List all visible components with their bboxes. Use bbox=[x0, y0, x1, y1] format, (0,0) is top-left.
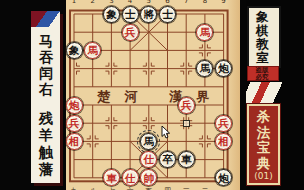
river-label-chu-he: 楚 河 bbox=[97, 88, 143, 106]
channel-title: 象棋教室 bbox=[256, 10, 272, 64]
file-label-top: 7 bbox=[181, 0, 191, 5]
copyright-notice: 盗版必究 bbox=[256, 67, 271, 81]
file-label-bottom: 一 bbox=[219, 186, 229, 190]
copyright-notice-box: 盗版必究 bbox=[247, 66, 279, 81]
file-label-top: 2 bbox=[88, 0, 98, 5]
right-title-panel: 象棋教室 盗版必究 杀法宝典 (01) bbox=[246, 0, 304, 190]
piece-red[interactable]: 馬 bbox=[196, 24, 213, 41]
piece-black[interactable]: 象 bbox=[66, 42, 83, 59]
file-label-bottom: 三 bbox=[181, 186, 191, 190]
file-label-bottom: 六 bbox=[125, 186, 135, 190]
file-label-bottom: 八 bbox=[88, 186, 98, 190]
piece-black[interactable]: 卒 bbox=[159, 151, 176, 168]
file-label-top: 8 bbox=[200, 0, 210, 5]
file-label-top: 4 bbox=[125, 0, 135, 5]
file-label-top: 6 bbox=[163, 0, 173, 5]
piece-black[interactable]: 車 bbox=[178, 151, 195, 168]
banner-phrase-bottom: 残羊触藩 bbox=[38, 110, 54, 178]
piece-red[interactable]: 兵 bbox=[215, 115, 232, 132]
piece-red[interactable]: 兵 bbox=[178, 97, 195, 114]
file-label-bottom: 五 bbox=[144, 186, 154, 190]
left-calligraphy-banner: 马吞闰右 残羊触藩 bbox=[31, 11, 60, 183]
video-frame: 马吞闰右 残羊触藩 楚 河 漢 界 123456789九八七六五四三二一 象士將… bbox=[0, 0, 304, 190]
piece-black[interactable]: 士 bbox=[159, 6, 176, 23]
file-label-top: 9 bbox=[219, 0, 229, 5]
banner-ribbon-decoration bbox=[31, 11, 60, 27]
episode-number: (01) bbox=[249, 171, 278, 181]
piece-red[interactable]: 相 bbox=[215, 133, 232, 150]
piece-black[interactable]: 象 bbox=[103, 6, 120, 23]
file-label-top: 1 bbox=[69, 0, 79, 5]
file-label-bottom: 七 bbox=[106, 186, 116, 190]
banner-phrase-top: 马吞闰右 bbox=[38, 33, 54, 97]
piece-red[interactable]: 仕 bbox=[122, 169, 139, 186]
series-title: 杀法宝典 bbox=[256, 109, 272, 171]
piece-black[interactable]: 將 bbox=[140, 6, 157, 23]
channel-title-box: 象棋教室 bbox=[247, 6, 281, 68]
file-label-bottom: 九 bbox=[69, 186, 79, 190]
piece-red[interactable]: 相 bbox=[66, 133, 83, 150]
piece-red[interactable]: 兵 bbox=[122, 24, 139, 41]
file-label-top: 5 bbox=[144, 0, 154, 5]
diagonal-stripes-decoration bbox=[246, 82, 282, 103]
last-move-from-marker bbox=[183, 120, 190, 127]
file-label-bottom: 四 bbox=[163, 186, 173, 190]
piece-red[interactable]: 炮 bbox=[66, 97, 83, 114]
series-title-box: 杀法宝典 (01) bbox=[247, 104, 280, 185]
xiangqi-board[interactable]: 楚 河 漢 界 123456789九八七六五四三二一 象士將士兵馬象馬馬炮炮兵兵… bbox=[66, 0, 240, 190]
file-label-bottom: 二 bbox=[200, 186, 210, 190]
piece-red[interactable]: 兵 bbox=[66, 115, 83, 132]
piece-black[interactable]: 士 bbox=[122, 6, 139, 23]
file-label-top: 3 bbox=[106, 0, 116, 5]
mouse-cursor-icon bbox=[161, 126, 171, 139]
piece-red[interactable]: 馬 bbox=[84, 42, 101, 59]
